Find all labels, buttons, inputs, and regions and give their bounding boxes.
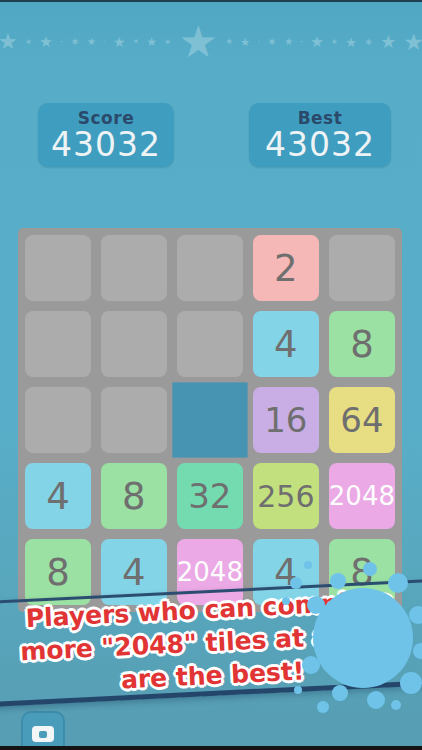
star-icon: ✶ — [164, 38, 172, 47]
star-icon: ✶ — [364, 37, 373, 48]
game-screen: ★✶★·✶★·★✶★✶★✶★·✶★·★✶★✶★★ Score 43032 Bes… — [0, 0, 422, 750]
star-icon: ★ — [113, 35, 126, 49]
star-icon: ★ — [345, 36, 357, 49]
tile-8-r2c5: 8 — [329, 311, 395, 377]
best-box: Best 43032 — [249, 103, 391, 167]
star-icon: ★ — [39, 35, 52, 50]
tile-16-r3c4: 16 — [253, 387, 319, 453]
star-icon: ★ — [310, 35, 323, 50]
empty-cell-r3c2 — [101, 387, 167, 453]
tile-64-r3c5: 64 — [329, 387, 395, 453]
best-value: 43032 — [265, 128, 375, 163]
tile-4-r4c1: 4 — [25, 463, 91, 529]
star-icon: ★ — [0, 31, 18, 53]
tile-256-r4c4: 256 — [253, 463, 319, 529]
star-decoration-band: ★✶★·✶★·★✶★✶★✶★·✶★·★✶★✶★★ — [0, 16, 422, 68]
bottom-edge-strip — [0, 746, 422, 750]
star-icon: ★ — [87, 37, 96, 47]
promo-banner: Players who can complete more "2048" til… — [0, 579, 422, 707]
tile-8-r5c1: 8 — [25, 539, 91, 605]
star-icon: ✶ — [132, 38, 139, 46]
tile-8-r4c2: 8 — [101, 463, 167, 529]
empty-cell-r3c1 — [25, 387, 91, 453]
camera-icon — [32, 726, 54, 742]
tile-32-r4c3: 32 — [177, 463, 243, 529]
score-value: 43032 — [51, 128, 161, 163]
empty-cell-r1c2 — [101, 235, 167, 301]
star-icon: · — [103, 38, 106, 47]
star-icon: ✶ — [267, 36, 277, 48]
star-icon: · — [300, 37, 303, 47]
star-icon: ★ — [380, 33, 396, 51]
tile-2048-r4c5: 2048 — [329, 463, 395, 529]
tile-2-r1c4: 2 — [253, 235, 319, 301]
star-icon: ★ — [146, 36, 157, 48]
blocked-cell-r3c3 — [172, 382, 247, 457]
empty-cell-r1c3 — [177, 235, 243, 301]
top-edge-strip — [0, 0, 422, 2]
empty-cell-r2c2 — [101, 311, 167, 377]
board[interactable]: 24816644832256204884204848 — [18, 228, 402, 612]
star-icon: ✶ — [70, 36, 80, 48]
empty-cell-r2c1 — [25, 311, 91, 377]
star-icon: ★ — [240, 37, 250, 48]
star-icon: ✶ — [25, 38, 33, 47]
star-icon: ✶ — [225, 37, 233, 47]
camera-lens — [39, 731, 47, 738]
tile-4-r2c4: 4 — [253, 311, 319, 377]
empty-cell-r1c1 — [25, 235, 91, 301]
camera-button[interactable] — [21, 711, 65, 750]
star-icon: ★ — [284, 37, 293, 47]
star-icon: · — [257, 38, 260, 47]
empty-cell-r2c3 — [177, 311, 243, 377]
empty-cell-r1c5 — [329, 235, 395, 301]
star-icon: · — [60, 37, 63, 47]
score-box: Score 43032 — [38, 103, 174, 167]
star-icon: ★ — [403, 31, 422, 54]
star-icon: ✶ — [331, 38, 339, 47]
star-icon: ★ — [178, 20, 217, 64]
